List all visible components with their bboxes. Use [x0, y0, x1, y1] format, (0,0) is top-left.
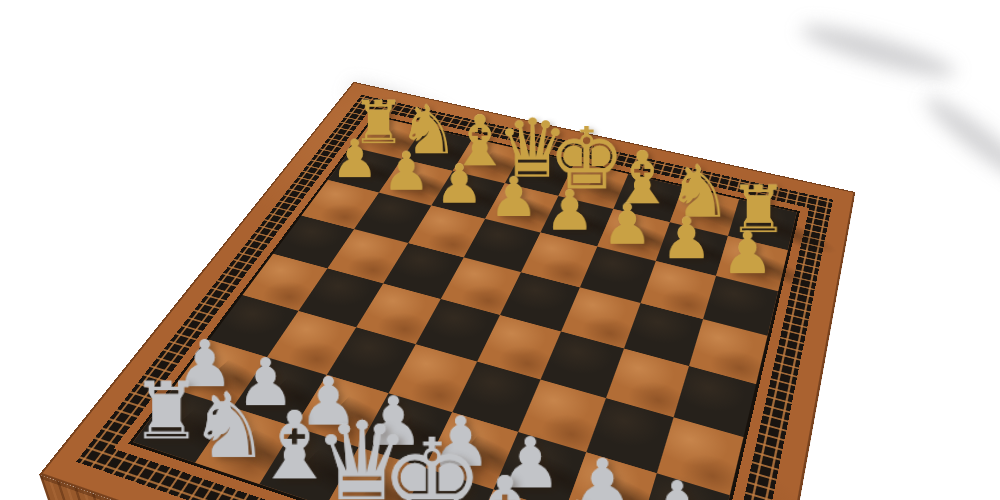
- piece-black-pawn-e7[interactable]: ♟: [545, 184, 595, 237]
- scene: ♜♞♝♛♚♝♞♜♟♟♟♟♟♟♟♟♟♟♟♟♟♟♟♟♜♞♝♛♚♝♞♜: [0, 0, 1000, 500]
- board-field: ♜♞♝♛♚♝♞♜♟♟♟♟♟♟♟♟♟♟♟♟♟♟♟♟♜♞♝♛♚♝♞♜: [128, 115, 800, 500]
- piece-white-pawn-h2[interactable]: ♟: [645, 474, 710, 500]
- piece-black-pawn-g7[interactable]: ♟: [661, 212, 712, 266]
- piece-black-pawn-h7[interactable]: ♟: [721, 226, 773, 281]
- border-inner-leather: ♜♞♝♛♚♝♞♜♟♟♟♟♟♟♟♟♟♟♟♟♟♟♟♟♜♞♝♛♚♝♞♜: [114, 109, 810, 500]
- piece-black-pawn-d7[interactable]: ♟: [489, 171, 538, 223]
- piece-black-pawn-c7[interactable]: ♟: [435, 159, 484, 210]
- piece-black-pawn-f7[interactable]: ♟: [602, 198, 653, 252]
- chess-board: ♜♞♝♛♚♝♞♜♟♟♟♟♟♟♟♟♟♟♟♟♟♟♟♟♜♞♝♛♚♝♞♜: [39, 82, 855, 500]
- piece-white-knight-g1[interactable]: ♞: [536, 492, 625, 500]
- product-photo-stage: ♜♞♝♛♚♝♞♜♟♟♟♟♟♟♟♟♟♟♟♟♟♟♟♟♜♞♝♛♚♝♞♜: [0, 0, 1000, 500]
- board-top-leather: ♜♞♝♛♚♝♞♜♟♟♟♟♟♟♟♟♟♟♟♟♟♟♟♟♜♞♝♛♚♝♞♜: [39, 82, 855, 500]
- piece-black-pawn-b7[interactable]: ♟: [382, 146, 430, 197]
- piece-black-pawn-a7[interactable]: ♟: [331, 134, 378, 184]
- border-ornament-band: ♜♞♝♛♚♝♞♜♟♟♟♟♟♟♟♟♟♟♟♟♟♟♟♟♜♞♝♛♚♝♞♜: [76, 95, 833, 500]
